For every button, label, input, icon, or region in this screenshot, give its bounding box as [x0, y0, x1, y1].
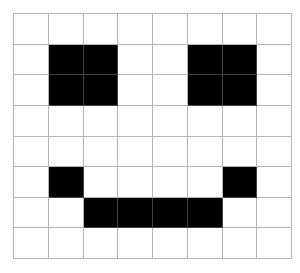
cell-r0c2-empty[interactable] [84, 14, 119, 45]
cell-r5c3-empty[interactable] [118, 167, 153, 198]
cell-r6c7-empty[interactable] [257, 198, 292, 229]
cell-r3c2-empty[interactable] [84, 106, 119, 137]
cell-r4c2-empty[interactable] [84, 137, 119, 168]
cell-r7c1-empty[interactable] [49, 228, 84, 259]
cell-r0c4-empty[interactable] [153, 14, 188, 45]
cell-r5c4-empty[interactable] [153, 167, 188, 198]
cell-r2c1-filled[interactable] [49, 75, 84, 106]
cell-r1c3-empty[interactable] [118, 45, 153, 76]
cell-r2c4-empty[interactable] [153, 75, 188, 106]
cell-r4c3-empty[interactable] [118, 137, 153, 168]
cell-r6c4-filled[interactable] [153, 198, 188, 229]
cell-r4c1-empty[interactable] [49, 137, 84, 168]
cell-r1c4-empty[interactable] [153, 45, 188, 76]
cell-r3c1-empty[interactable] [49, 106, 84, 137]
cell-r6c2-filled[interactable] [84, 198, 119, 229]
cell-r3c7-empty[interactable] [257, 106, 292, 137]
cell-r4c7-empty[interactable] [257, 137, 292, 168]
cell-r6c0-empty[interactable] [14, 198, 49, 229]
cell-r7c5-empty[interactable] [188, 228, 223, 259]
cell-r7c2-empty[interactable] [84, 228, 119, 259]
cell-r2c2-filled[interactable] [84, 75, 119, 106]
cell-r2c3-empty[interactable] [118, 75, 153, 106]
cell-r6c1-empty[interactable] [49, 198, 84, 229]
cell-r6c5-filled[interactable] [188, 198, 223, 229]
pixel-grid-board [13, 13, 292, 259]
cell-r7c4-empty[interactable] [153, 228, 188, 259]
cell-r1c6-filled[interactable] [223, 45, 258, 76]
cell-r3c4-empty[interactable] [153, 106, 188, 137]
cell-r5c5-empty[interactable] [188, 167, 223, 198]
cell-r5c0-empty[interactable] [14, 167, 49, 198]
cell-r2c0-empty[interactable] [14, 75, 49, 106]
cell-r7c7-empty[interactable] [257, 228, 292, 259]
cell-r0c1-empty[interactable] [49, 14, 84, 45]
cell-r3c5-empty[interactable] [188, 106, 223, 137]
cell-r7c0-empty[interactable] [14, 228, 49, 259]
cell-r2c5-filled[interactable] [188, 75, 223, 106]
cell-r7c3-empty[interactable] [118, 228, 153, 259]
cell-r4c0-empty[interactable] [14, 137, 49, 168]
cell-r4c6-empty[interactable] [223, 137, 258, 168]
cell-r0c0-empty[interactable] [14, 14, 49, 45]
cell-r1c1-filled[interactable] [49, 45, 84, 76]
cell-r0c3-empty[interactable] [118, 14, 153, 45]
cell-r5c2-empty[interactable] [84, 167, 119, 198]
cell-r4c4-empty[interactable] [153, 137, 188, 168]
cell-r3c0-empty[interactable] [14, 106, 49, 137]
cell-r6c6-empty[interactable] [223, 198, 258, 229]
cell-r1c2-filled[interactable] [84, 45, 119, 76]
cell-r2c7-empty[interactable] [257, 75, 292, 106]
pixel-puzzle-page [0, 0, 300, 273]
cell-r5c7-empty[interactable] [257, 167, 292, 198]
cell-r1c0-empty[interactable] [14, 45, 49, 76]
cell-r4c5-empty[interactable] [188, 137, 223, 168]
cell-r1c7-empty[interactable] [257, 45, 292, 76]
cell-r1c5-filled[interactable] [188, 45, 223, 76]
cell-r0c6-empty[interactable] [223, 14, 258, 45]
cell-r5c1-filled[interactable] [49, 167, 84, 198]
cell-r2c6-filled[interactable] [223, 75, 258, 106]
cell-r3c6-empty[interactable] [223, 106, 258, 137]
cell-r5c6-filled[interactable] [223, 167, 258, 198]
cell-r7c6-empty[interactable] [223, 228, 258, 259]
cell-r0c7-empty[interactable] [257, 14, 292, 45]
cell-r0c5-empty[interactable] [188, 14, 223, 45]
cell-r6c3-filled[interactable] [118, 198, 153, 229]
cell-r3c3-empty[interactable] [118, 106, 153, 137]
